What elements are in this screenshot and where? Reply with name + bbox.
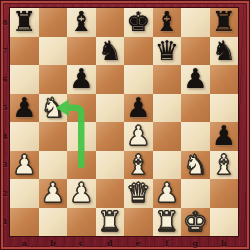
square-c3[interactable] <box>67 151 96 180</box>
piece-white-king[interactable]: ♚ <box>183 208 207 236</box>
rank-label-3: 3 <box>0 151 10 180</box>
rank-label-5: 5 <box>0 94 10 123</box>
square-f3[interactable] <box>153 151 182 180</box>
piece-black-pawn[interactable]: ♟ <box>183 65 207 93</box>
square-h4[interactable]: ♟ <box>210 122 239 151</box>
square-f7[interactable]: ♛ <box>153 37 182 66</box>
piece-black-rook[interactable]: ♜ <box>212 8 236 36</box>
file-label-g: g <box>181 236 210 249</box>
square-e3[interactable]: ♝ <box>124 151 153 180</box>
square-d3[interactable] <box>96 151 125 180</box>
piece-white-rook[interactable]: ♜ <box>98 208 122 236</box>
square-a6[interactable] <box>10 65 39 94</box>
square-g3[interactable]: ♞ <box>181 151 210 180</box>
piece-white-pawn[interactable]: ♟ <box>126 122 150 150</box>
file-label-a: a <box>10 236 39 249</box>
piece-black-rook[interactable]: ♜ <box>12 8 36 36</box>
square-c8[interactable]: ♝ <box>67 8 96 37</box>
square-a5[interactable]: ♟ <box>10 94 39 123</box>
square-f4[interactable] <box>153 122 182 151</box>
square-h7[interactable]: ♞ <box>210 37 239 66</box>
square-e4[interactable]: ♟ <box>124 122 153 151</box>
square-g1[interactable]: ♚ <box>181 208 210 237</box>
square-d4[interactable] <box>96 122 125 151</box>
square-a7[interactable] <box>10 37 39 66</box>
square-b1[interactable] <box>39 208 68 237</box>
file-label-b: b <box>39 236 68 249</box>
piece-white-knight[interactable]: ♞ <box>41 94 65 122</box>
square-c7[interactable] <box>67 37 96 66</box>
square-b6[interactable] <box>39 65 68 94</box>
piece-black-king[interactable]: ♚ <box>126 8 150 36</box>
square-f2[interactable]: ♟ <box>153 179 182 208</box>
piece-black-pawn[interactable]: ♟ <box>126 94 150 122</box>
square-f6[interactable] <box>153 65 182 94</box>
square-d5[interactable] <box>96 94 125 123</box>
piece-white-bishop[interactable]: ♝ <box>212 151 236 179</box>
square-c4[interactable] <box>67 122 96 151</box>
square-d6[interactable] <box>96 65 125 94</box>
square-c5[interactable] <box>67 94 96 123</box>
square-b5[interactable]: ♞ <box>39 94 68 123</box>
rank-label-2: 2 <box>0 179 10 208</box>
square-c2[interactable]: ♟ <box>67 179 96 208</box>
piece-white-rook[interactable]: ♜ <box>155 208 179 236</box>
piece-white-queen[interactable]: ♛ <box>126 179 150 207</box>
piece-black-bishop[interactable]: ♝ <box>155 8 179 36</box>
piece-white-pawn[interactable]: ♟ <box>12 151 36 179</box>
square-a8[interactable]: ♜ <box>10 8 39 37</box>
square-a3[interactable]: ♟ <box>10 151 39 180</box>
square-c6[interactable]: ♟ <box>67 65 96 94</box>
square-d1[interactable]: ♜ <box>96 208 125 237</box>
square-g8[interactable] <box>181 8 210 37</box>
square-h1[interactable] <box>210 208 239 237</box>
piece-white-knight[interactable]: ♞ <box>183 151 207 179</box>
square-e8[interactable]: ♚ <box>124 8 153 37</box>
square-h8[interactable]: ♜ <box>210 8 239 37</box>
square-c1[interactable] <box>67 208 96 237</box>
rank-label-6: 6 <box>0 65 10 94</box>
piece-black-pawn[interactable]: ♟ <box>212 122 236 150</box>
piece-black-queen[interactable]: ♛ <box>155 37 179 65</box>
file-label-e: e <box>124 236 153 249</box>
piece-white-bishop[interactable]: ♝ <box>126 151 150 179</box>
piece-black-knight[interactable]: ♞ <box>212 37 236 65</box>
square-f5[interactable] <box>153 94 182 123</box>
square-a2[interactable] <box>10 179 39 208</box>
square-h5[interactable] <box>210 94 239 123</box>
square-g7[interactable] <box>181 37 210 66</box>
file-label-c: c <box>67 236 96 249</box>
piece-white-pawn[interactable]: ♟ <box>41 179 65 207</box>
square-h2[interactable] <box>210 179 239 208</box>
square-h6[interactable] <box>210 65 239 94</box>
piece-white-pawn[interactable]: ♟ <box>155 179 179 207</box>
piece-black-knight[interactable]: ♞ <box>98 37 122 65</box>
rank-label-8: 8 <box>0 8 10 37</box>
square-e2[interactable]: ♛ <box>124 179 153 208</box>
piece-white-pawn[interactable]: ♟ <box>69 179 93 207</box>
square-d7[interactable]: ♞ <box>96 37 125 66</box>
square-b8[interactable] <box>39 8 68 37</box>
square-g4[interactable] <box>181 122 210 151</box>
square-e5[interactable]: ♟ <box>124 94 153 123</box>
piece-black-pawn[interactable]: ♟ <box>12 94 36 122</box>
square-a4[interactable] <box>10 122 39 151</box>
rank-label-7: 7 <box>0 37 10 66</box>
square-g5[interactable] <box>181 94 210 123</box>
file-label-f: f <box>153 236 182 249</box>
square-d2[interactable] <box>96 179 125 208</box>
square-g6[interactable]: ♟ <box>181 65 210 94</box>
piece-black-bishop[interactable]: ♝ <box>69 8 93 36</box>
square-b7[interactable] <box>39 37 68 66</box>
board-frame: ♜♝♚♝♜♞♛♞♟♟♟♞♟♟♟♟♝♞♝♟♟♛♟♜♜♚ 87654321abcde… <box>0 0 250 250</box>
square-e7[interactable] <box>124 37 153 66</box>
file-label-d: d <box>96 236 125 249</box>
square-f8[interactable]: ♝ <box>153 8 182 37</box>
square-b3[interactable] <box>39 151 68 180</box>
square-e6[interactable] <box>124 65 153 94</box>
square-g2[interactable] <box>181 179 210 208</box>
square-d8[interactable] <box>96 8 125 37</box>
square-a1[interactable] <box>10 208 39 237</box>
square-h3[interactable]: ♝ <box>210 151 239 180</box>
rank-label-1: 1 <box>0 208 10 237</box>
file-label-h: h <box>210 236 239 249</box>
piece-black-pawn[interactable]: ♟ <box>69 65 93 93</box>
rank-label-4: 4 <box>0 122 10 151</box>
chess-board: ♜♝♚♝♜♞♛♞♟♟♟♞♟♟♟♟♝♞♝♟♟♛♟♜♜♚ <box>10 8 238 236</box>
square-e1[interactable] <box>124 208 153 237</box>
square-b2[interactable]: ♟ <box>39 179 68 208</box>
square-b4[interactable] <box>39 122 68 151</box>
square-f1[interactable]: ♜ <box>153 208 182 237</box>
